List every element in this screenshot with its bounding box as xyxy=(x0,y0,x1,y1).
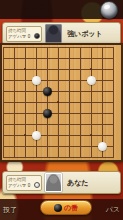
board-cell[interactable] xyxy=(64,53,75,64)
board-cell[interactable] xyxy=(31,53,42,64)
board-cell[interactable] xyxy=(42,108,53,119)
board-cell[interactable] xyxy=(86,86,97,97)
board-cell[interactable] xyxy=(97,152,108,163)
board-cell[interactable] xyxy=(53,53,64,64)
white-stone-chip-icon xyxy=(34,182,40,188)
board-cell[interactable] xyxy=(108,97,119,108)
board-cell[interactable] xyxy=(86,42,97,53)
board-cell[interactable] xyxy=(53,42,64,53)
app-screen: 持ち時間 アゲハマ 0 強いボット 持ち時間 アゲハマ 0 あなた 投了 の番 xyxy=(0,0,123,220)
board-cell[interactable] xyxy=(108,53,119,64)
board-cell[interactable] xyxy=(20,42,31,53)
board-cell[interactable] xyxy=(86,141,97,152)
white-stone xyxy=(87,76,96,85)
black-stone xyxy=(43,87,52,96)
board-cell[interactable] xyxy=(31,152,42,163)
board-cell[interactable] xyxy=(9,53,20,64)
board-cell[interactable] xyxy=(97,130,108,141)
star-point xyxy=(90,68,93,71)
turn-black-stone-icon xyxy=(54,204,62,212)
board-cell[interactable] xyxy=(0,97,9,108)
board-cell[interactable] xyxy=(53,152,64,163)
board-cell[interactable] xyxy=(31,42,42,53)
board-cell[interactable] xyxy=(64,130,75,141)
board-cell[interactable] xyxy=(42,53,53,64)
board-cell[interactable] xyxy=(42,152,53,163)
board-cell[interactable] xyxy=(0,53,9,64)
status-bar xyxy=(0,0,123,19)
board-cell[interactable] xyxy=(86,152,97,163)
board-cell[interactable] xyxy=(97,53,108,64)
opponent-captures: アゲハマ 0 xyxy=(8,33,40,39)
board-cell[interactable] xyxy=(9,130,20,141)
resign-button[interactable]: 投了 xyxy=(3,205,17,215)
black-stone-chip-icon xyxy=(34,33,40,39)
black-stone xyxy=(43,109,52,118)
board-cell[interactable] xyxy=(20,53,31,64)
board-cell[interactable] xyxy=(108,108,119,119)
board-cell[interactable] xyxy=(42,97,53,108)
board-cell[interactable] xyxy=(42,141,53,152)
board-cell[interactable] xyxy=(86,53,97,64)
board-cell[interactable] xyxy=(108,75,119,86)
board-grid xyxy=(0,42,119,163)
board-cell[interactable] xyxy=(20,152,31,163)
board-cell[interactable] xyxy=(75,119,86,130)
board-cell[interactable] xyxy=(97,97,108,108)
board-cell[interactable] xyxy=(0,152,9,163)
board-cell[interactable] xyxy=(53,97,64,108)
board-cell[interactable] xyxy=(86,75,97,86)
board-cell[interactable] xyxy=(42,119,53,130)
board-cell[interactable] xyxy=(31,108,42,119)
board-cell[interactable] xyxy=(64,108,75,119)
board-cell[interactable] xyxy=(53,86,64,97)
board-cell[interactable] xyxy=(9,97,20,108)
board-cell[interactable] xyxy=(75,86,86,97)
player-avatar xyxy=(45,173,62,192)
board-cell[interactable] xyxy=(75,152,86,163)
pass-button[interactable]: パス xyxy=(106,205,120,215)
board-cell[interactable] xyxy=(42,130,53,141)
opponent-info-box: 持ち時間 アゲハマ 0 xyxy=(6,26,42,42)
star-point xyxy=(24,134,27,137)
board-cell[interactable] xyxy=(0,42,9,53)
board-cell[interactable] xyxy=(86,108,97,119)
board-cell[interactable] xyxy=(53,75,64,86)
board-cell[interactable] xyxy=(108,119,119,130)
board-cell[interactable] xyxy=(9,42,20,53)
board-cell[interactable] xyxy=(64,97,75,108)
board-cell[interactable] xyxy=(0,130,9,141)
board-cell[interactable] xyxy=(42,42,53,53)
board-cell[interactable] xyxy=(20,119,31,130)
star-point xyxy=(24,68,27,71)
board-cell[interactable] xyxy=(97,119,108,130)
board-cell[interactable] xyxy=(20,108,31,119)
board-cell[interactable] xyxy=(31,130,42,141)
board-cell[interactable] xyxy=(97,75,108,86)
board-cell[interactable] xyxy=(108,130,119,141)
board-cell[interactable] xyxy=(0,119,9,130)
white-stone xyxy=(32,76,41,85)
star-point xyxy=(57,101,60,104)
turn-indicator: の番 xyxy=(40,200,92,215)
turn-indicator-label: の番 xyxy=(64,203,78,213)
player-captures: アゲハマ 0 xyxy=(8,182,40,188)
board-cell[interactable] xyxy=(31,119,42,130)
board-cell[interactable] xyxy=(97,64,108,75)
board-cell[interactable] xyxy=(108,86,119,97)
board-cell[interactable] xyxy=(86,97,97,108)
profile-emblem-icon[interactable] xyxy=(100,1,118,19)
board-cell[interactable] xyxy=(64,64,75,75)
board-cell[interactable] xyxy=(20,86,31,97)
player-name: あなた xyxy=(67,178,89,188)
board-cell[interactable] xyxy=(75,141,86,152)
opponent-name: 強いボット xyxy=(67,29,103,39)
board-cell[interactable] xyxy=(53,119,64,130)
board-cell[interactable] xyxy=(97,86,108,97)
board-cell[interactable] xyxy=(42,75,53,86)
board-cell[interactable] xyxy=(9,64,20,75)
board-cell[interactable] xyxy=(64,141,75,152)
board-cell[interactable] xyxy=(31,97,42,108)
board-cell[interactable] xyxy=(20,141,31,152)
board-cell[interactable] xyxy=(64,119,75,130)
board-cell[interactable] xyxy=(75,42,86,53)
board-cell[interactable] xyxy=(53,141,64,152)
board-cell[interactable] xyxy=(53,130,64,141)
board-cell[interactable] xyxy=(64,152,75,163)
board-cell[interactable] xyxy=(75,53,86,64)
board-cell[interactable] xyxy=(9,152,20,163)
board-cell[interactable] xyxy=(86,64,97,75)
board-cell[interactable] xyxy=(20,97,31,108)
bottom-nav: 投了 の番 パス xyxy=(0,199,123,220)
board-cell[interactable] xyxy=(75,108,86,119)
board-cell[interactable] xyxy=(75,130,86,141)
board-cell[interactable] xyxy=(86,130,97,141)
board-cell[interactable] xyxy=(20,64,31,75)
board-cell[interactable] xyxy=(9,75,20,86)
board-cell[interactable] xyxy=(0,75,9,86)
board-cell[interactable] xyxy=(42,86,53,97)
board-cell[interactable] xyxy=(64,42,75,53)
board-cell[interactable] xyxy=(31,141,42,152)
board-cell[interactable] xyxy=(108,141,119,152)
board-cell[interactable] xyxy=(64,86,75,97)
board-cell[interactable] xyxy=(97,141,108,152)
board-cell[interactable] xyxy=(42,64,53,75)
board-cell[interactable] xyxy=(97,108,108,119)
board-cell[interactable] xyxy=(64,75,75,86)
board-cell[interactable] xyxy=(75,75,86,86)
player-bar: 持ち時間 アゲハマ 0 あなた xyxy=(2,171,121,194)
board-cell[interactable] xyxy=(31,75,42,86)
board-cell[interactable] xyxy=(97,42,108,53)
board-cell[interactable] xyxy=(0,64,9,75)
board-cell[interactable] xyxy=(9,141,20,152)
player-info-box: 持ち時間 アゲハマ 0 xyxy=(6,175,42,191)
board-cell[interactable] xyxy=(20,130,31,141)
white-stone xyxy=(98,142,107,151)
go-board[interactable] xyxy=(0,43,123,162)
opponent-avatar xyxy=(45,24,62,43)
star-point xyxy=(90,134,93,137)
board-cell[interactable] xyxy=(0,108,9,119)
board-cell[interactable] xyxy=(9,119,20,130)
board-cell[interactable] xyxy=(53,64,64,75)
board-cell[interactable] xyxy=(108,64,119,75)
board-cell[interactable] xyxy=(75,64,86,75)
player-captures-label: アゲハマ 0 xyxy=(8,183,30,188)
board-cell[interactable] xyxy=(9,108,20,119)
board-cell[interactable] xyxy=(108,152,119,163)
board-cell[interactable] xyxy=(20,75,31,86)
white-stone xyxy=(32,131,41,140)
board-cell[interactable] xyxy=(0,141,9,152)
board-cell[interactable] xyxy=(31,64,42,75)
board-cell[interactable] xyxy=(86,119,97,130)
board-cell[interactable] xyxy=(31,86,42,97)
board-cell[interactable] xyxy=(75,97,86,108)
board-cell[interactable] xyxy=(9,86,20,97)
board-cell[interactable] xyxy=(108,42,119,53)
board-cell[interactable] xyxy=(53,108,64,119)
board-cell[interactable] xyxy=(0,86,9,97)
opponent-captures-label: アゲハマ 0 xyxy=(8,34,30,39)
